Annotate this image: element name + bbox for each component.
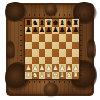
square-d7[interactable]: ♟ (45, 27, 52, 35)
square-a2[interactable]: ♟ (25, 64, 32, 72)
black-bishop[interactable]: ♝ (39, 19, 45, 26)
square-h6[interactable] (72, 34, 79, 42)
beaded-edge-left (19, 18, 23, 78)
white-pawn[interactable]: ♟ (25, 64, 31, 71)
black-pawn[interactable]: ♟ (52, 27, 58, 34)
square-h7[interactable]: ♟ (72, 27, 79, 35)
black-rook[interactable]: ♜ (25, 19, 31, 26)
square-a8[interactable]: ♜ (25, 19, 32, 27)
white-pawn[interactable]: ♟ (59, 64, 65, 71)
carved-right-mid-icon (87, 38, 96, 62)
white-pawn[interactable]: ♟ (32, 64, 38, 71)
square-f5[interactable] (59, 42, 66, 50)
white-knight[interactable]: ♞ (32, 72, 38, 79)
black-rook[interactable]: ♜ (73, 19, 79, 26)
square-h4[interactable] (72, 49, 79, 57)
white-rook[interactable]: ♜ (25, 72, 31, 79)
square-d5[interactable] (45, 42, 52, 50)
square-b6[interactable] (32, 34, 39, 42)
white-bishop[interactable]: ♝ (39, 72, 45, 79)
square-e1[interactable]: ♚ (52, 72, 59, 80)
square-g8[interactable]: ♞ (66, 19, 73, 27)
square-c6[interactable] (39, 34, 46, 42)
square-a7[interactable]: ♟ (25, 27, 32, 35)
square-f6[interactable] (59, 34, 66, 42)
square-c3[interactable] (39, 57, 46, 65)
square-f7[interactable]: ♟ (59, 27, 66, 35)
square-c5[interactable] (39, 42, 46, 50)
black-pawn[interactable]: ♟ (66, 27, 72, 34)
white-king[interactable]: ♚ (52, 72, 58, 79)
square-a5[interactable] (25, 42, 32, 50)
square-f8[interactable]: ♝ (59, 19, 66, 27)
square-e5[interactable] (52, 42, 59, 50)
square-g5[interactable] (66, 42, 73, 50)
square-b3[interactable] (32, 57, 39, 65)
square-h3[interactable] (72, 57, 79, 65)
square-b5[interactable] (32, 42, 39, 50)
square-e3[interactable] (52, 57, 59, 65)
square-e6[interactable] (52, 34, 59, 42)
white-pawn[interactable]: ♟ (52, 64, 58, 71)
square-b7[interactable]: ♟ (32, 27, 39, 35)
square-c7[interactable]: ♟ (39, 27, 46, 35)
square-h8[interactable]: ♜ (72, 19, 79, 27)
black-knight[interactable]: ♞ (32, 19, 38, 26)
square-a6[interactable] (25, 34, 32, 42)
square-g2[interactable]: ♟ (66, 64, 73, 72)
white-pawn[interactable]: ♟ (73, 64, 79, 71)
square-c8[interactable]: ♝ (39, 19, 46, 27)
white-queen[interactable]: ♛ (46, 72, 52, 79)
square-b8[interactable]: ♞ (32, 19, 39, 27)
square-e2[interactable]: ♟ (52, 64, 59, 72)
medallion-bottom-center-icon (44, 83, 58, 96)
white-pawn[interactable]: ♟ (46, 64, 52, 71)
square-c2[interactable]: ♟ (39, 64, 46, 72)
square-a3[interactable] (25, 57, 32, 65)
square-f1[interactable]: ♝ (59, 72, 66, 80)
square-d2[interactable]: ♟ (45, 64, 52, 72)
black-pawn[interactable]: ♟ (46, 27, 52, 34)
square-g3[interactable] (66, 57, 73, 65)
square-d8[interactable]: ♛ (45, 19, 52, 27)
square-e4[interactable] (52, 49, 59, 57)
white-knight[interactable]: ♞ (66, 72, 72, 79)
square-e8[interactable]: ♚ (52, 19, 59, 27)
square-b4[interactable] (32, 49, 39, 57)
black-pawn[interactable]: ♟ (73, 27, 79, 34)
carved-left-mid-icon (6, 40, 15, 62)
black-queen[interactable]: ♛ (46, 19, 52, 26)
square-h5[interactable] (72, 42, 79, 50)
square-e7[interactable]: ♟ (52, 27, 59, 35)
square-d4[interactable] (45, 49, 52, 57)
square-d6[interactable] (45, 34, 52, 42)
white-bishop[interactable]: ♝ (59, 72, 65, 79)
beaded-edge-bottom (17, 80, 85, 84)
square-f4[interactable] (59, 49, 66, 57)
beaded-edge-top (17, 13, 85, 17)
square-h2[interactable]: ♟ (72, 64, 79, 72)
chess-set-photo: ♜♞♝♛♚♝♞♜♟♟♟♟♟♟♟♟♟♟♟♟♟♟♟♟♜♞♝♛♚♝♞♜ (6, 3, 94, 96)
white-rook[interactable]: ♜ (73, 72, 79, 79)
square-d3[interactable] (45, 57, 52, 65)
chess-board: ♜♞♝♛♚♝♞♜♟♟♟♟♟♟♟♟♟♟♟♟♟♟♟♟♜♞♝♛♚♝♞♜ (24, 18, 80, 80)
square-g6[interactable] (66, 34, 73, 42)
black-knight[interactable]: ♞ (66, 19, 72, 26)
white-pawn[interactable]: ♟ (66, 64, 72, 71)
square-b1[interactable]: ♞ (32, 72, 39, 80)
square-g1[interactable]: ♞ (66, 72, 73, 80)
square-h1[interactable]: ♜ (72, 72, 79, 80)
square-a1[interactable]: ♜ (25, 72, 32, 80)
white-pawn[interactable]: ♟ (39, 64, 45, 71)
square-c4[interactable] (39, 49, 46, 57)
black-pawn[interactable]: ♟ (32, 27, 38, 34)
square-b2[interactable]: ♟ (32, 64, 39, 72)
square-f2[interactable]: ♟ (59, 64, 66, 72)
square-g4[interactable] (66, 49, 73, 57)
square-f3[interactable] (59, 57, 66, 65)
black-pawn[interactable]: ♟ (59, 27, 65, 34)
black-bishop[interactable]: ♝ (59, 19, 65, 26)
square-a4[interactable] (25, 49, 32, 57)
black-pawn[interactable]: ♟ (25, 27, 31, 34)
square-d1[interactable]: ♛ (45, 72, 52, 80)
black-king[interactable]: ♚ (52, 19, 58, 26)
black-pawn[interactable]: ♟ (39, 27, 45, 34)
square-g7[interactable]: ♟ (66, 27, 73, 35)
square-c1[interactable]: ♝ (39, 72, 46, 80)
